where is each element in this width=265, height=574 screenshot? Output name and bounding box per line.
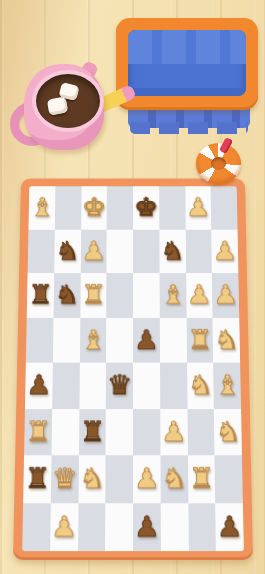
square-e7[interactable] (133, 229, 159, 273)
square-h1[interactable]: ♟ (215, 503, 243, 551)
square-b6[interactable]: ♞ (53, 273, 80, 317)
square-g7[interactable] (185, 229, 212, 273)
bin-interior (128, 30, 246, 96)
square-e4[interactable] (133, 363, 160, 409)
game-scene: ♝♚♚♟♞♟♞♟♜♞♜♝♟♟♝♟♜♞♟♛♞♝♜♜♟♞♜♛♞♟♞♜♟♟♟ (0, 0, 265, 574)
square-h3[interactable]: ♞ (214, 409, 242, 456)
square-c1[interactable] (78, 503, 106, 551)
piece-chocolate-rook[interactable]: ♜ (27, 273, 54, 317)
square-a3[interactable]: ♜ (24, 409, 52, 456)
hot-cocoa (32, 70, 104, 132)
square-g6[interactable]: ♟ (186, 273, 213, 317)
piece-plain-rook[interactable]: ♜ (24, 409, 52, 456)
square-a1[interactable] (22, 503, 50, 551)
piece-plain-rook[interactable]: ♜ (187, 455, 215, 503)
square-e5[interactable]: ♟ (133, 317, 160, 362)
square-f8[interactable] (159, 186, 185, 229)
square-d5[interactable] (106, 317, 133, 362)
square-e1[interactable]: ♟ (133, 503, 161, 551)
square-d4[interactable]: ♛ (106, 363, 133, 409)
square-f4[interactable] (160, 363, 187, 409)
piece-chocolate-pawn[interactable]: ♟ (25, 363, 53, 409)
square-a8[interactable]: ♝ (28, 186, 55, 229)
square-d6[interactable] (106, 273, 133, 317)
square-e3[interactable] (133, 409, 160, 456)
square-e2[interactable]: ♟ (133, 455, 160, 503)
piece-plain-knight[interactable]: ♞ (78, 455, 106, 503)
square-h5[interactable]: ♞ (213, 317, 240, 362)
piece-plain-pawn[interactable]: ♟ (212, 273, 239, 317)
piece-chocolate-queen[interactable]: ♛ (106, 363, 133, 409)
square-g2[interactable]: ♜ (187, 455, 215, 503)
donut-powerup[interactable] (196, 143, 241, 184)
square-g5[interactable]: ♜ (186, 317, 213, 362)
captured-piece-bin[interactable] (116, 18, 258, 134)
piece-plain-pawn[interactable]: ♟ (133, 455, 160, 503)
piece-plain-pawn[interactable]: ♟ (160, 409, 187, 456)
square-f3[interactable]: ♟ (160, 409, 187, 456)
piece-plain-king[interactable]: ♚ (81, 186, 107, 229)
square-g4[interactable]: ♞ (187, 363, 214, 409)
piece-chocolate-knight[interactable]: ♞ (54, 229, 81, 273)
square-g1[interactable] (188, 503, 216, 551)
piece-plain-bishop[interactable]: ♝ (159, 273, 186, 317)
piece-plain-rook[interactable]: ♜ (80, 273, 107, 317)
square-h6[interactable]: ♟ (212, 273, 239, 317)
square-b3[interactable] (51, 409, 79, 456)
bin-feet (130, 122, 248, 134)
piece-plain-knight[interactable]: ♞ (213, 317, 240, 362)
piece-plain-knight[interactable]: ♞ (214, 409, 242, 456)
piece-plain-rook[interactable]: ♜ (186, 317, 213, 362)
square-f2[interactable]: ♞ (160, 455, 188, 503)
piece-plain-queen[interactable]: ♛ (51, 455, 79, 503)
square-a7[interactable] (28, 229, 55, 273)
square-b8[interactable] (55, 186, 82, 229)
square-f5[interactable] (160, 317, 187, 362)
piece-chocolate-pawn[interactable]: ♟ (215, 503, 243, 551)
chess-board[interactable]: ♝♚♚♟♞♟♞♟♜♞♜♝♟♟♝♟♜♞♟♛♞♝♜♜♟♞♜♛♞♟♞♜♟♟♟ (13, 179, 253, 560)
square-f1[interactable] (160, 503, 188, 551)
square-a2[interactable]: ♜ (23, 455, 51, 503)
square-b5[interactable] (53, 317, 80, 362)
piece-chocolate-rook[interactable]: ♜ (23, 455, 51, 503)
square-d8[interactable] (107, 186, 133, 229)
square-e6[interactable] (133, 273, 160, 317)
square-b1[interactable]: ♟ (50, 503, 78, 551)
square-g3[interactable] (187, 409, 215, 456)
square-c4[interactable] (79, 363, 106, 409)
piece-plain-bishop[interactable]: ♝ (213, 363, 241, 409)
square-c5[interactable]: ♝ (79, 317, 106, 362)
square-c3[interactable]: ♜ (79, 409, 106, 456)
square-h8[interactable] (211, 186, 238, 229)
square-d2[interactable] (106, 455, 133, 503)
square-c2[interactable]: ♞ (78, 455, 106, 503)
piece-chocolate-rook[interactable]: ♜ (79, 409, 106, 456)
piece-plain-pawn[interactable]: ♟ (185, 186, 212, 229)
square-f6[interactable]: ♝ (159, 273, 186, 317)
square-c6[interactable]: ♜ (80, 273, 107, 317)
piece-plain-knight[interactable]: ♞ (160, 455, 188, 503)
square-h4[interactable]: ♝ (213, 363, 241, 409)
square-d3[interactable] (106, 409, 133, 456)
piece-chocolate-knight[interactable]: ♞ (53, 273, 80, 317)
piece-plain-knight[interactable]: ♞ (187, 363, 214, 409)
square-e8[interactable]: ♚ (133, 186, 159, 229)
square-a6[interactable]: ♜ (27, 273, 54, 317)
piece-plain-pawn[interactable]: ♟ (80, 229, 107, 273)
cocoa-mug (12, 62, 108, 154)
square-d1[interactable] (105, 503, 133, 551)
donut-hole (211, 157, 226, 170)
piece-plain-bishop[interactable]: ♝ (79, 317, 106, 362)
piece-chocolate-king[interactable]: ♚ (133, 186, 159, 229)
square-h7[interactable]: ♟ (211, 229, 238, 273)
square-c8[interactable]: ♚ (81, 186, 107, 229)
piece-chocolate-knight[interactable]: ♞ (159, 229, 186, 273)
square-b7[interactable]: ♞ (54, 229, 81, 273)
piece-plain-pawn[interactable]: ♟ (186, 273, 213, 317)
square-c7[interactable]: ♟ (80, 229, 107, 273)
square-b4[interactable] (52, 363, 79, 409)
board-grid: ♝♚♚♟♞♟♞♟♜♞♜♝♟♟♝♟♜♞♟♛♞♝♜♜♟♞♜♛♞♟♞♜♟♟♟ (22, 186, 244, 551)
square-f7[interactable]: ♞ (159, 229, 186, 273)
square-a4[interactable]: ♟ (25, 363, 53, 409)
piece-plain-bishop[interactable]: ♝ (28, 186, 55, 229)
square-h2[interactable] (215, 455, 243, 503)
piece-plain-pawn[interactable]: ♟ (211, 229, 238, 273)
piece-chocolate-pawn[interactable]: ♟ (133, 317, 160, 362)
piece-chocolate-pawn[interactable]: ♟ (133, 503, 161, 551)
piece-plain-pawn[interactable]: ♟ (50, 503, 78, 551)
square-d7[interactable] (107, 229, 133, 273)
square-a5[interactable] (26, 317, 53, 362)
square-g8[interactable]: ♟ (185, 186, 212, 229)
square-b2[interactable]: ♛ (51, 455, 79, 503)
